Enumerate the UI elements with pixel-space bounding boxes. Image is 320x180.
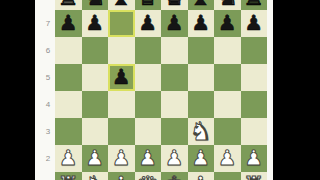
left-black-bar [0,0,35,180]
square-g5[interactable] [214,64,241,91]
square-a7[interactable]: ♟ [55,10,82,37]
square-c4[interactable] [108,91,135,118]
rank-label-3: 3 [41,118,55,145]
board-panel: ♜♞♝♛♚♝♞♜♟♟♟♟♟♟♟♟♞♟♟♟♟♟♟♟♟♜♞♝♛♚♝♜ 765432 [35,0,273,180]
square-f2[interactable]: ♟ [188,145,215,172]
square-e1[interactable]: ♚ [161,172,188,180]
black-knight[interactable]: ♞ [216,0,238,10]
square-h3[interactable] [241,118,268,145]
white-pawn[interactable]: ♟ [85,145,104,172]
square-e6[interactable] [161,37,188,64]
square-d3[interactable] [135,118,162,145]
white-queen[interactable]: ♛ [137,172,159,180]
chess-board: ♜♞♝♛♚♝♞♜♟♟♟♟♟♟♟♟♞♟♟♟♟♟♟♟♟♜♞♝♛♚♝♜ [55,0,267,180]
square-d6[interactable] [135,37,162,64]
square-c7[interactable] [108,10,135,37]
square-b5[interactable] [82,64,109,91]
square-c8[interactable]: ♝ [108,0,135,10]
rank-label-6: 6 [41,37,55,64]
square-e2[interactable]: ♟ [161,145,188,172]
square-a1[interactable]: ♜ [55,172,82,180]
black-bishop[interactable]: ♝ [110,0,132,10]
square-b8[interactable]: ♞ [82,0,109,10]
square-g1[interactable] [214,172,241,180]
white-pawn[interactable]: ♟ [218,145,237,172]
square-a8[interactable]: ♜ [55,0,82,10]
right-black-bar [273,0,320,180]
square-g7[interactable]: ♟ [214,10,241,37]
square-d5[interactable] [135,64,162,91]
square-a6[interactable] [55,37,82,64]
white-bishop[interactable]: ♝ [190,172,212,180]
square-c5[interactable]: ♟ [108,64,135,91]
black-pawn[interactable]: ♟ [218,10,237,37]
square-f8[interactable]: ♝ [188,0,215,10]
square-f7[interactable]: ♟ [188,10,215,37]
square-g4[interactable] [214,91,241,118]
square-g3[interactable] [214,118,241,145]
square-c2[interactable]: ♟ [108,145,135,172]
rank-label-5: 5 [41,64,55,91]
rank-label-2: 2 [41,145,55,172]
white-rook[interactable]: ♜ [57,172,79,180]
square-d2[interactable]: ♟ [135,145,162,172]
white-pawn[interactable]: ♟ [59,145,78,172]
white-knight[interactable]: ♞ [190,118,212,145]
square-f3[interactable]: ♞ [188,118,215,145]
white-pawn[interactable]: ♟ [138,145,157,172]
black-pawn[interactable]: ♟ [85,10,104,37]
square-a3[interactable] [55,118,82,145]
square-e8[interactable]: ♚ [161,0,188,10]
square-e5[interactable] [161,64,188,91]
black-knight[interactable]: ♞ [84,0,106,10]
square-g6[interactable] [214,37,241,64]
square-b3[interactable] [82,118,109,145]
black-pawn[interactable]: ♟ [244,10,263,37]
white-pawn[interactable]: ♟ [191,145,210,172]
square-b1[interactable]: ♞ [82,172,109,180]
square-b4[interactable] [82,91,109,118]
black-pawn[interactable]: ♟ [191,10,210,37]
square-d1[interactable]: ♛ [135,172,162,180]
square-h6[interactable] [241,37,268,64]
black-rook[interactable]: ♜ [243,0,265,10]
square-a2[interactable]: ♟ [55,145,82,172]
square-a5[interactable] [55,64,82,91]
square-h4[interactable] [241,91,268,118]
square-e3[interactable] [161,118,188,145]
square-d7[interactable]: ♟ [135,10,162,37]
white-pawn[interactable]: ♟ [112,145,131,172]
square-c3[interactable] [108,118,135,145]
square-b6[interactable] [82,37,109,64]
square-h8[interactable]: ♜ [241,0,268,10]
square-d4[interactable] [135,91,162,118]
square-h7[interactable]: ♟ [241,10,268,37]
square-f6[interactable] [188,37,215,64]
square-e4[interactable] [161,91,188,118]
white-pawn[interactable]: ♟ [244,145,263,172]
square-h5[interactable] [241,64,268,91]
white-rook[interactable]: ♜ [243,172,265,180]
square-g8[interactable]: ♞ [214,0,241,10]
square-e7[interactable]: ♟ [161,10,188,37]
square-h2[interactable]: ♟ [241,145,268,172]
white-bishop[interactable]: ♝ [110,172,132,180]
square-c6[interactable] [108,37,135,64]
square-b2[interactable]: ♟ [82,145,109,172]
square-b7[interactable]: ♟ [82,10,109,37]
square-d8[interactable]: ♛ [135,0,162,10]
black-king[interactable]: ♚ [163,0,185,10]
black-rook[interactable]: ♜ [57,0,79,10]
square-g2[interactable]: ♟ [214,145,241,172]
square-f1[interactable]: ♝ [188,172,215,180]
black-pawn[interactable]: ♟ [59,10,78,37]
black-pawn[interactable]: ♟ [112,64,131,91]
square-h1[interactable]: ♜ [241,172,268,180]
square-f4[interactable] [188,91,215,118]
square-f5[interactable] [188,64,215,91]
white-knight[interactable]: ♞ [84,172,106,180]
square-c1[interactable]: ♝ [108,172,135,180]
black-pawn[interactable]: ♟ [138,10,157,37]
black-bishop[interactable]: ♝ [190,0,212,10]
white-king[interactable]: ♚ [163,172,185,180]
white-pawn[interactable]: ♟ [165,145,184,172]
square-a4[interactable] [55,91,82,118]
rank-label-4: 4 [41,91,55,118]
black-queen[interactable]: ♛ [137,0,159,10]
black-pawn[interactable]: ♟ [165,10,184,37]
rank-label-7: 7 [41,10,55,37]
